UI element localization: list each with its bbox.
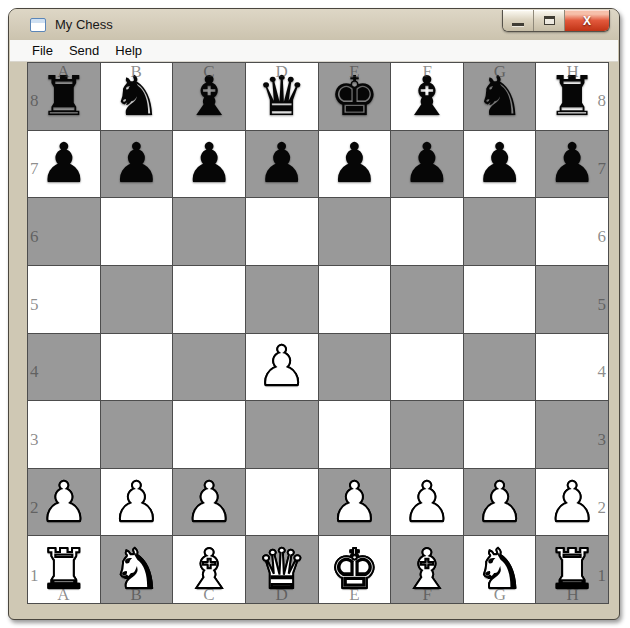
square-h3[interactable] bbox=[536, 401, 608, 468]
piece-white-knight[interactable]: ♞ bbox=[475, 542, 524, 597]
piece-white-pawn[interactable]: ♟ bbox=[330, 475, 379, 530]
piece-white-pawn[interactable]: ♟ bbox=[402, 475, 451, 530]
square-e4[interactable] bbox=[319, 334, 391, 401]
menu-file[interactable]: File bbox=[24, 41, 61, 60]
square-d1[interactable]: ♛ bbox=[246, 536, 318, 603]
square-b5[interactable] bbox=[101, 266, 173, 333]
square-a4[interactable] bbox=[28, 334, 100, 401]
square-d3[interactable] bbox=[246, 401, 318, 468]
square-e3[interactable] bbox=[319, 401, 391, 468]
piece-black-rook[interactable]: ♜ bbox=[39, 69, 88, 124]
square-f7[interactable]: ♟ bbox=[391, 131, 463, 198]
square-h1[interactable]: ♜ bbox=[536, 536, 608, 603]
square-h4[interactable] bbox=[536, 334, 608, 401]
square-d2[interactable] bbox=[246, 469, 318, 536]
square-c8[interactable]: ♝ bbox=[173, 63, 245, 130]
square-c3[interactable] bbox=[173, 401, 245, 468]
maximize-icon bbox=[544, 16, 555, 25]
piece-black-bishop[interactable]: ♝ bbox=[402, 69, 451, 124]
square-b8[interactable]: ♞ bbox=[101, 63, 173, 130]
piece-white-rook[interactable]: ♜ bbox=[548, 542, 597, 597]
piece-black-bishop[interactable]: ♝ bbox=[184, 69, 233, 124]
square-d6[interactable] bbox=[246, 198, 318, 265]
piece-black-knight[interactable]: ♞ bbox=[475, 69, 524, 124]
square-f4[interactable] bbox=[391, 334, 463, 401]
square-e6[interactable] bbox=[319, 198, 391, 265]
square-c1[interactable]: ♝ bbox=[173, 536, 245, 603]
piece-white-queen[interactable]: ♛ bbox=[257, 542, 306, 597]
square-d7[interactable]: ♟ bbox=[246, 131, 318, 198]
square-c6[interactable] bbox=[173, 198, 245, 265]
square-a3[interactable] bbox=[28, 401, 100, 468]
square-b1[interactable]: ♞ bbox=[101, 536, 173, 603]
square-a6[interactable] bbox=[28, 198, 100, 265]
square-b4[interactable] bbox=[101, 334, 173, 401]
square-g7[interactable]: ♟ bbox=[464, 131, 536, 198]
window-title: My Chess bbox=[55, 17, 113, 32]
square-f5[interactable] bbox=[391, 266, 463, 333]
square-e2[interactable]: ♟ bbox=[319, 469, 391, 536]
piece-black-pawn[interactable]: ♟ bbox=[39, 136, 88, 191]
piece-black-knight[interactable]: ♞ bbox=[112, 69, 161, 124]
square-g6[interactable] bbox=[464, 198, 536, 265]
titlebar[interactable]: My Chess X bbox=[9, 9, 619, 40]
square-d5[interactable] bbox=[246, 266, 318, 333]
chess-board: ♜♞♝♛♚♝♞♜♟♟♟♟♟♟♟♟♟♟♟♟♟♟♟♟♜♞♝♛♚♝♞♜ AA88BB7… bbox=[27, 62, 609, 604]
piece-white-bishop[interactable]: ♝ bbox=[184, 542, 233, 597]
minimize-button[interactable] bbox=[503, 10, 534, 31]
piece-black-pawn[interactable]: ♟ bbox=[112, 136, 161, 191]
piece-white-bishop[interactable]: ♝ bbox=[402, 542, 451, 597]
square-g8[interactable]: ♞ bbox=[464, 63, 536, 130]
square-g4[interactable] bbox=[464, 334, 536, 401]
piece-white-rook[interactable]: ♜ bbox=[39, 542, 88, 597]
piece-black-pawn[interactable]: ♟ bbox=[257, 136, 306, 191]
square-b3[interactable] bbox=[101, 401, 173, 468]
piece-black-rook[interactable]: ♜ bbox=[548, 69, 597, 124]
square-e8[interactable]: ♚ bbox=[319, 63, 391, 130]
square-h2[interactable]: ♟ bbox=[536, 469, 608, 536]
square-h8[interactable]: ♜ bbox=[536, 63, 608, 130]
square-d8[interactable]: ♛ bbox=[246, 63, 318, 130]
piece-black-king[interactable]: ♚ bbox=[330, 69, 379, 124]
piece-black-pawn[interactable]: ♟ bbox=[475, 136, 524, 191]
minimize-icon bbox=[512, 23, 524, 26]
square-f8[interactable]: ♝ bbox=[391, 63, 463, 130]
square-a8[interactable]: ♜ bbox=[28, 63, 100, 130]
square-h7[interactable]: ♟ bbox=[536, 131, 608, 198]
piece-black-pawn[interactable]: ♟ bbox=[402, 136, 451, 191]
menu-bar: File Send Help bbox=[10, 40, 618, 62]
maximize-button[interactable] bbox=[534, 10, 565, 31]
close-button[interactable]: X bbox=[565, 10, 609, 31]
square-g5[interactable] bbox=[464, 266, 536, 333]
square-e1[interactable]: ♚ bbox=[319, 536, 391, 603]
window-controls: X bbox=[502, 10, 610, 32]
board-grid: ♜♞♝♛♚♝♞♜♟♟♟♟♟♟♟♟♟♟♟♟♟♟♟♟♜♞♝♛♚♝♞♜ bbox=[27, 62, 609, 604]
piece-black-pawn[interactable]: ♟ bbox=[184, 136, 233, 191]
square-b2[interactable]: ♟ bbox=[101, 469, 173, 536]
square-a1[interactable]: ♜ bbox=[28, 536, 100, 603]
square-g1[interactable]: ♞ bbox=[464, 536, 536, 603]
menu-send[interactable]: Send bbox=[61, 41, 107, 60]
square-f2[interactable]: ♟ bbox=[391, 469, 463, 536]
square-e7[interactable]: ♟ bbox=[319, 131, 391, 198]
piece-white-pawn[interactable]: ♟ bbox=[39, 475, 88, 530]
square-f1[interactable]: ♝ bbox=[391, 536, 463, 603]
square-g2[interactable]: ♟ bbox=[464, 469, 536, 536]
piece-white-king[interactable]: ♚ bbox=[330, 542, 379, 597]
desktop: My Chess X File Send Help ♜♞♝♛♚♝♞♜♟♟♟♟♟♟… bbox=[0, 0, 630, 628]
square-h5[interactable] bbox=[536, 266, 608, 333]
square-f6[interactable] bbox=[391, 198, 463, 265]
menu-help[interactable]: Help bbox=[107, 41, 150, 60]
square-e5[interactable] bbox=[319, 266, 391, 333]
piece-white-pawn[interactable]: ♟ bbox=[475, 475, 524, 530]
piece-black-pawn[interactable]: ♟ bbox=[330, 136, 379, 191]
window-icon bbox=[30, 18, 46, 32]
square-f3[interactable] bbox=[391, 401, 463, 468]
piece-white-knight[interactable]: ♞ bbox=[112, 542, 161, 597]
piece-white-pawn[interactable]: ♟ bbox=[112, 475, 161, 530]
piece-black-queen[interactable]: ♛ bbox=[257, 69, 306, 124]
piece-white-pawn[interactable]: ♟ bbox=[548, 475, 597, 530]
square-a5[interactable] bbox=[28, 266, 100, 333]
piece-black-pawn[interactable]: ♟ bbox=[548, 136, 597, 191]
square-c2[interactable]: ♟ bbox=[173, 469, 245, 536]
square-d4[interactable]: ♟ bbox=[246, 334, 318, 401]
square-h6[interactable] bbox=[536, 198, 608, 265]
square-g3[interactable] bbox=[464, 401, 536, 468]
square-c4[interactable] bbox=[173, 334, 245, 401]
square-c5[interactable] bbox=[173, 266, 245, 333]
square-a2[interactable]: ♟ bbox=[28, 469, 100, 536]
square-c7[interactable]: ♟ bbox=[173, 131, 245, 198]
square-a7[interactable]: ♟ bbox=[28, 131, 100, 198]
close-icon: X bbox=[583, 15, 591, 27]
piece-white-pawn[interactable]: ♟ bbox=[184, 475, 233, 530]
square-b6[interactable] bbox=[101, 198, 173, 265]
square-b7[interactable]: ♟ bbox=[101, 131, 173, 198]
piece-white-pawn[interactable]: ♟ bbox=[257, 339, 306, 394]
